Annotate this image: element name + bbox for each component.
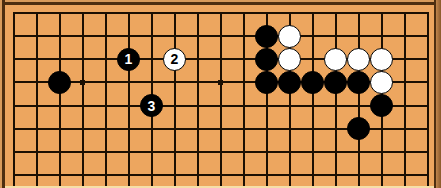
black-stone xyxy=(301,71,324,94)
stones-layer: 123 xyxy=(0,0,441,188)
white-stone xyxy=(324,48,347,71)
black-stone xyxy=(324,71,347,94)
white-stone-move-2: 2 xyxy=(163,48,186,71)
white-stone xyxy=(370,71,393,94)
frame-top-border xyxy=(0,2,441,5)
go-board-diagram: 123 xyxy=(0,0,441,188)
move-number-label: 2 xyxy=(171,52,179,66)
white-stone xyxy=(370,48,393,71)
move-number-label: 3 xyxy=(148,99,156,113)
black-stone xyxy=(255,25,278,48)
move-number-label: 1 xyxy=(125,52,133,66)
black-stone xyxy=(347,71,370,94)
white-stone xyxy=(347,48,370,71)
frame-right-wood-band xyxy=(436,0,441,188)
black-stone-move-1: 1 xyxy=(117,48,140,71)
black-stone xyxy=(48,71,71,94)
black-stone xyxy=(370,94,393,117)
black-stone xyxy=(255,48,278,71)
black-stone xyxy=(278,71,301,94)
white-stone xyxy=(278,25,301,48)
frame-left-border xyxy=(2,0,5,188)
black-stone-move-3: 3 xyxy=(140,94,163,117)
black-stone xyxy=(255,71,278,94)
white-stone xyxy=(278,48,301,71)
black-stone xyxy=(347,117,370,140)
